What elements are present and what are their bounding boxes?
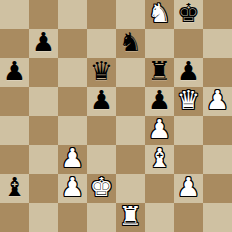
square-b1[interactable] xyxy=(29,203,58,232)
square-g4[interactable] xyxy=(174,116,203,145)
square-a2[interactable]: ♝ xyxy=(0,174,29,203)
square-g8[interactable]: ♚ xyxy=(174,0,203,29)
square-e5[interactable] xyxy=(116,87,145,116)
square-b8[interactable] xyxy=(29,0,58,29)
square-d4[interactable] xyxy=(87,116,116,145)
white-knight[interactable]: ♞ xyxy=(148,0,171,28)
square-b6[interactable] xyxy=(29,58,58,87)
square-d2[interactable]: ♚ xyxy=(87,174,116,203)
square-g2[interactable]: ♟ xyxy=(174,174,203,203)
square-c6[interactable] xyxy=(58,58,87,87)
square-h4[interactable] xyxy=(203,116,232,145)
square-f2[interactable] xyxy=(145,174,174,203)
white-queen[interactable]: ♛ xyxy=(177,87,200,115)
white-bishop[interactable]: ♝ xyxy=(148,145,171,173)
black-king[interactable]: ♚ xyxy=(177,0,200,28)
square-e3[interactable] xyxy=(116,145,145,174)
white-pawn[interactable]: ♟ xyxy=(148,116,171,144)
square-h2[interactable] xyxy=(203,174,232,203)
black-bishop[interactable]: ♝ xyxy=(3,174,26,202)
white-king[interactable]: ♚ xyxy=(90,174,113,202)
square-f7[interactable] xyxy=(145,29,174,58)
square-h6[interactable] xyxy=(203,58,232,87)
square-a6[interactable]: ♟ xyxy=(0,58,29,87)
square-f6[interactable]: ♜ xyxy=(145,58,174,87)
square-h5[interactable]: ♟ xyxy=(203,87,232,116)
square-b4[interactable] xyxy=(29,116,58,145)
square-e6[interactable] xyxy=(116,58,145,87)
square-d7[interactable] xyxy=(87,29,116,58)
square-h3[interactable] xyxy=(203,145,232,174)
black-pawn[interactable]: ♟ xyxy=(148,87,171,115)
square-b5[interactable] xyxy=(29,87,58,116)
square-a8[interactable] xyxy=(0,0,29,29)
square-f4[interactable]: ♟ xyxy=(145,116,174,145)
square-e1[interactable]: ♜ xyxy=(116,203,145,232)
black-pawn[interactable]: ♟ xyxy=(177,58,200,86)
black-pawn[interactable]: ♟ xyxy=(32,29,55,57)
square-h7[interactable] xyxy=(203,29,232,58)
square-g5[interactable]: ♛ xyxy=(174,87,203,116)
square-f1[interactable] xyxy=(145,203,174,232)
square-g7[interactable] xyxy=(174,29,203,58)
square-h8[interactable] xyxy=(203,0,232,29)
black-rook[interactable]: ♜ xyxy=(148,58,171,86)
square-g3[interactable] xyxy=(174,145,203,174)
square-d5[interactable]: ♟ xyxy=(87,87,116,116)
square-a1[interactable] xyxy=(0,203,29,232)
square-e8[interactable] xyxy=(116,0,145,29)
square-e7[interactable]: ♞ xyxy=(116,29,145,58)
chess-board: ♞♚♟♞♟♛♜♟♟♟♛♟♟♟♝♝♟♚♟♜ xyxy=(0,0,232,232)
square-c8[interactable] xyxy=(58,0,87,29)
white-rook[interactable]: ♜ xyxy=(119,203,142,231)
square-f5[interactable]: ♟ xyxy=(145,87,174,116)
square-g1[interactable] xyxy=(174,203,203,232)
square-d1[interactable] xyxy=(87,203,116,232)
black-queen[interactable]: ♛ xyxy=(90,58,113,86)
square-b3[interactable] xyxy=(29,145,58,174)
square-g6[interactable]: ♟ xyxy=(174,58,203,87)
square-c7[interactable] xyxy=(58,29,87,58)
square-f8[interactable]: ♞ xyxy=(145,0,174,29)
white-pawn[interactable]: ♟ xyxy=(61,174,84,202)
black-pawn[interactable]: ♟ xyxy=(90,87,113,115)
black-pawn[interactable]: ♟ xyxy=(3,58,26,86)
white-pawn[interactable]: ♟ xyxy=(61,145,84,173)
black-knight[interactable]: ♞ xyxy=(119,29,142,57)
square-c2[interactable]: ♟ xyxy=(58,174,87,203)
square-f3[interactable]: ♝ xyxy=(145,145,174,174)
square-d3[interactable] xyxy=(87,145,116,174)
white-pawn[interactable]: ♟ xyxy=(206,87,229,115)
square-c5[interactable] xyxy=(58,87,87,116)
square-a7[interactable] xyxy=(0,29,29,58)
square-c4[interactable] xyxy=(58,116,87,145)
square-b2[interactable] xyxy=(29,174,58,203)
square-c1[interactable] xyxy=(58,203,87,232)
square-e4[interactable] xyxy=(116,116,145,145)
white-pawn[interactable]: ♟ xyxy=(177,174,200,202)
square-b7[interactable]: ♟ xyxy=(29,29,58,58)
square-e2[interactable] xyxy=(116,174,145,203)
square-d8[interactable] xyxy=(87,0,116,29)
square-h1[interactable] xyxy=(203,203,232,232)
square-a4[interactable] xyxy=(0,116,29,145)
square-a3[interactable] xyxy=(0,145,29,174)
square-d6[interactable]: ♛ xyxy=(87,58,116,87)
square-a5[interactable] xyxy=(0,87,29,116)
square-c3[interactable]: ♟ xyxy=(58,145,87,174)
